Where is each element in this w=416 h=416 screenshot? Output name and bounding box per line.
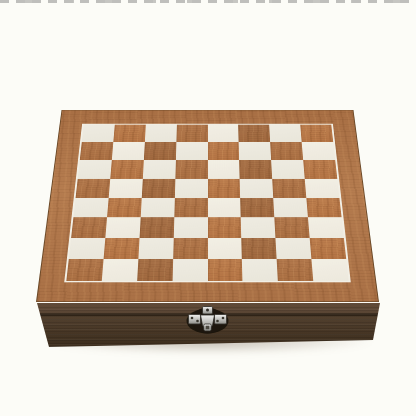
square-b8 <box>113 125 145 142</box>
square-g5 <box>272 179 306 198</box>
square-a6 <box>78 160 112 179</box>
square-e6 <box>208 160 240 179</box>
square-h5 <box>305 179 340 198</box>
square-g3 <box>275 218 310 238</box>
square-h6 <box>303 160 337 179</box>
square-e1 <box>208 259 243 281</box>
square-b5 <box>109 179 143 198</box>
square-e4 <box>208 198 242 218</box>
square-g2 <box>276 238 312 259</box>
square-a3 <box>71 218 107 238</box>
square-e2 <box>208 238 243 259</box>
square-c7 <box>144 142 176 160</box>
square-h7 <box>302 142 335 160</box>
square-f6 <box>239 160 272 179</box>
square-b4 <box>107 198 142 218</box>
square-f8 <box>238 125 270 142</box>
latch-clasp-icon <box>185 303 230 338</box>
square-a7 <box>80 142 113 160</box>
square-g1 <box>277 259 314 281</box>
square-e3 <box>208 218 242 238</box>
square-d7 <box>176 142 208 160</box>
box-lid-top <box>36 0 379 302</box>
square-c3 <box>139 218 174 238</box>
square-f3 <box>241 218 276 238</box>
square-h1 <box>312 259 349 281</box>
square-f7 <box>239 142 271 160</box>
square-g8 <box>269 125 301 142</box>
board-frame <box>36 110 379 302</box>
square-h8 <box>300 125 333 142</box>
square-c8 <box>145 125 177 142</box>
square-f1 <box>242 259 278 281</box>
square-d1 <box>172 259 207 281</box>
square-a8 <box>82 125 115 142</box>
square-b7 <box>112 142 145 160</box>
square-g7 <box>270 142 303 160</box>
square-c5 <box>142 179 176 198</box>
square-c1 <box>137 259 173 281</box>
square-d4 <box>174 198 208 218</box>
square-d2 <box>173 238 208 259</box>
square-c6 <box>143 160 176 179</box>
square-d6 <box>175 160 207 179</box>
square-b6 <box>110 160 143 179</box>
square-a1 <box>66 259 103 281</box>
square-c4 <box>140 198 174 218</box>
square-f2 <box>242 238 277 259</box>
square-b2 <box>103 238 139 259</box>
square-e7 <box>208 142 240 160</box>
square-a2 <box>69 238 105 259</box>
square-e8 <box>208 125 239 142</box>
square-e5 <box>208 179 241 198</box>
square-b3 <box>105 218 140 238</box>
square-c2 <box>138 238 173 259</box>
chessboard <box>64 124 351 283</box>
square-g4 <box>273 198 308 218</box>
square-b1 <box>102 259 139 281</box>
square-d3 <box>173 218 207 238</box>
square-a5 <box>76 179 111 198</box>
square-h4 <box>306 198 341 218</box>
product-photo <box>0 0 416 416</box>
square-d5 <box>175 179 208 198</box>
square-h3 <box>308 218 344 238</box>
square-f5 <box>240 179 274 198</box>
square-d8 <box>176 125 207 142</box>
square-f4 <box>240 198 274 218</box>
square-g6 <box>271 160 304 179</box>
square-h2 <box>310 238 346 259</box>
square-a4 <box>73 198 108 218</box>
